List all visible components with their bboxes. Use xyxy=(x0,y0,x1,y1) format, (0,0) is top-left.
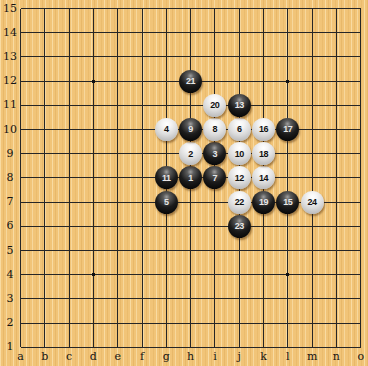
stone-number: 3 xyxy=(213,149,218,159)
stones-layer: 123456789101112131415161718192021222324 xyxy=(8,0,368,359)
stone-number: 5 xyxy=(164,197,169,207)
stone-17-black-l10: 17 xyxy=(276,118,299,141)
stone-number: 14 xyxy=(259,173,268,183)
stone-number: 22 xyxy=(235,197,244,207)
stone-number: 18 xyxy=(259,149,268,159)
stone-1-black-h8: 1 xyxy=(179,166,202,189)
stone-number: 24 xyxy=(308,197,317,207)
stone-18-white-k9: 18 xyxy=(252,142,275,165)
stone-number: 17 xyxy=(283,124,292,134)
stone-23-black-j6: 23 xyxy=(228,215,251,238)
stone-24-white-m7: 24 xyxy=(301,191,324,214)
stone-number: 10 xyxy=(235,149,244,159)
stone-number: 12 xyxy=(235,173,244,183)
stone-number: 8 xyxy=(213,124,218,134)
stone-number: 9 xyxy=(188,124,193,134)
stone-number: 23 xyxy=(235,221,244,231)
stone-11-black-g8: 11 xyxy=(155,166,178,189)
stone-number: 16 xyxy=(259,124,268,134)
stone-number: 13 xyxy=(235,100,244,110)
stone-number: 6 xyxy=(237,124,242,134)
stone-5-black-g7: 5 xyxy=(155,191,178,214)
stone-12-white-j8: 12 xyxy=(228,166,251,189)
renju-board[interactable]: 151413121110987654321 abcdefghijklmno 12… xyxy=(0,0,368,366)
stone-3-black-i9: 3 xyxy=(203,142,226,165)
stone-9-black-h10: 9 xyxy=(179,118,202,141)
stone-15-black-l7: 15 xyxy=(276,191,299,214)
stone-14-white-k8: 14 xyxy=(252,166,275,189)
stone-4-white-g10: 4 xyxy=(155,118,178,141)
stone-22-white-j7: 22 xyxy=(228,191,251,214)
stone-number: 20 xyxy=(210,100,219,110)
stone-number: 11 xyxy=(162,173,171,183)
stone-number: 21 xyxy=(186,76,195,86)
stone-8-white-i10: 8 xyxy=(203,118,226,141)
stone-6-white-j10: 6 xyxy=(228,118,251,141)
stone-number: 4 xyxy=(164,124,169,134)
stone-number: 7 xyxy=(213,173,218,183)
stone-7-black-i8: 7 xyxy=(203,166,226,189)
stone-number: 1 xyxy=(188,173,193,183)
stone-20-white-i11: 20 xyxy=(203,94,226,117)
stone-13-black-j11: 13 xyxy=(228,94,251,117)
stone-10-white-j9: 10 xyxy=(228,142,251,165)
stone-2-white-h9: 2 xyxy=(179,142,202,165)
stone-number: 2 xyxy=(188,149,193,159)
stone-16-white-k10: 16 xyxy=(252,118,275,141)
stone-19-black-k7: 19 xyxy=(252,191,275,214)
stone-21-black-h12: 21 xyxy=(179,70,202,93)
stone-number: 15 xyxy=(283,197,292,207)
stone-number: 19 xyxy=(259,197,268,207)
